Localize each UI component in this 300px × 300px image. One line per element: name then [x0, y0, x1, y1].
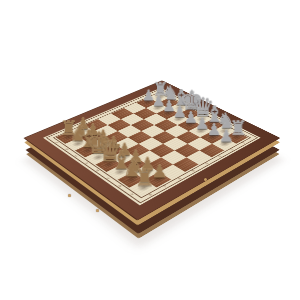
brass-hinge-pin [96, 209, 99, 212]
coordinate-rank-8: 8 [148, 193, 153, 196]
coordinate-file-a: a [129, 193, 134, 196]
coordinate-file-c: c [106, 177, 111, 180]
coordinate-file-d: d [95, 169, 100, 172]
brass-hinge-pin [204, 178, 207, 181]
chessboard: h8g7f6e5d4c3b2a1 ♜♞♝♛♚♝♞♜♟♟♟♟♟♟♟♟♟♟♟♟♟♟♟… [23, 80, 280, 221]
coordinate-file-h: h [55, 141, 59, 144]
coordinate-file-b: b [117, 184, 122, 187]
coordinate-rank-3: 3 [217, 155, 222, 158]
piece-black-bronze-rook-a8: ♜ [126, 166, 163, 189]
coordinate-rank-7: 7 [163, 185, 168, 188]
coordinate-file-f: f [74, 155, 78, 157]
coordinate-file-g: g [64, 148, 69, 151]
coordinate-rank-5: 5 [191, 169, 196, 172]
coordinate-rank-4: 4 [204, 162, 209, 165]
piece-white-silver-pawn-a2: ♟ [209, 128, 242, 144]
brass-latch-pin [68, 194, 71, 197]
coordinate-rank-2: 2 [229, 148, 234, 151]
chess-set-product-photo: h8g7f6e5d4c3b2a1 ♜♞♝♛♚♝♞♜♟♟♟♟♟♟♟♟♟♟♟♟♟♟♟… [0, 0, 300, 300]
coordinate-file-e: e [84, 162, 89, 165]
